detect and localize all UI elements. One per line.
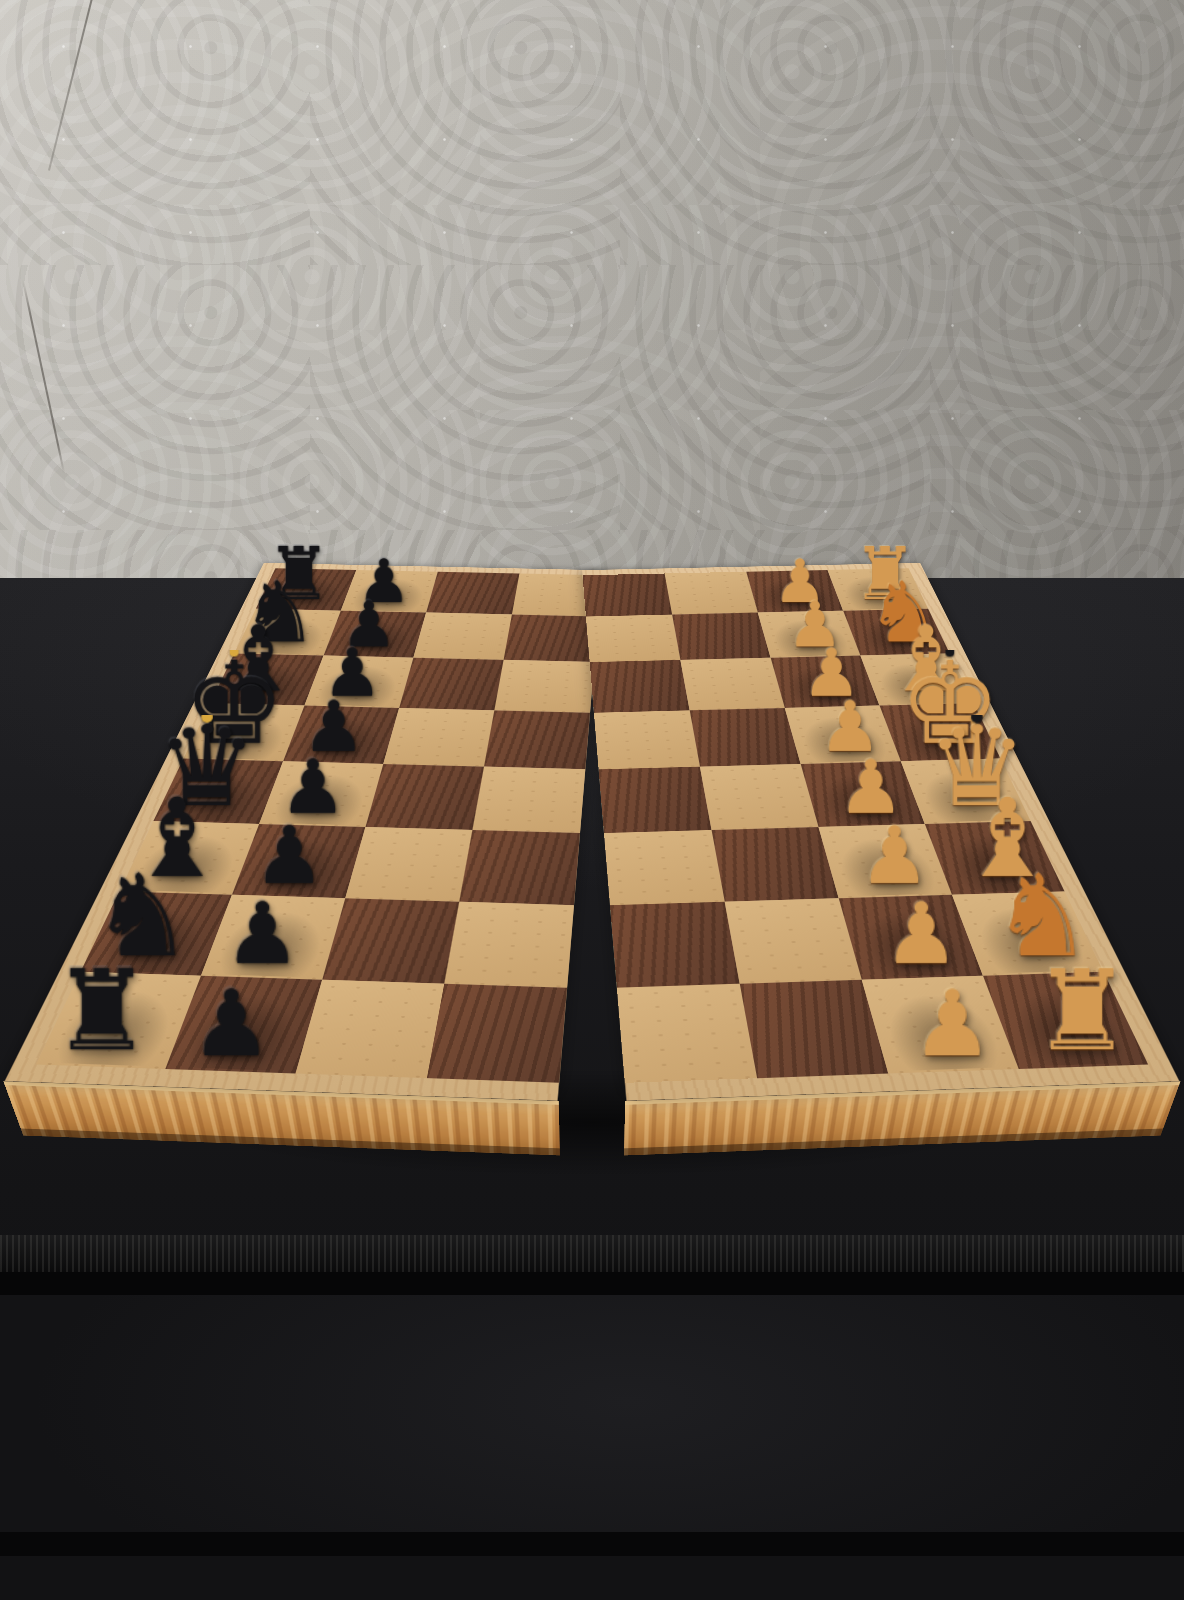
black-pawn: ♟ (259, 753, 366, 824)
square-r1c4 (586, 615, 680, 663)
square-r1c0: ♞ (234, 609, 341, 656)
square-r0c6: ♟ (746, 570, 843, 613)
dresser-gap-lower (0, 1532, 1184, 1556)
square-r2c3 (494, 660, 594, 713)
chess-board: ♜♟♞♟♝♟♚♟♛♟♝♟♞♟♜♟ ♟♜♟♞♟♝♟♚♟♛♟♝♟♞♟♜ (163, 345, 1021, 1185)
photo-scene: ♜♟♞♟♝♟♚♟♛♟♝♟♞♟♜♟ ♟♜♟♞♟♝♟♚♟♛♟♝♟♞♟♜ (0, 0, 1184, 1600)
square-r2c4 (590, 660, 690, 713)
square-r7c4 (617, 984, 757, 1083)
dresser-top-edge (0, 1235, 1184, 1272)
square-r3c1: ♟ (283, 706, 399, 764)
square-r0c1: ♟ (341, 570, 438, 613)
square-r7c2 (296, 980, 445, 1078)
dresser-drawer-front (0, 1295, 1184, 1532)
square-r4c2 (365, 764, 484, 830)
black-pawn: ♟ (201, 894, 323, 975)
square-r6c2 (322, 898, 459, 983)
square-r6c7: ♞ (952, 891, 1103, 975)
square-r4c3 (472, 767, 585, 833)
square-r1c2 (413, 613, 512, 660)
square-r4c7: ♛ (901, 759, 1031, 824)
square-r1c7: ♞ (843, 609, 950, 656)
square-r6c4 (610, 902, 740, 988)
square-r3c2 (383, 708, 494, 767)
black-pawn: ♟ (341, 554, 427, 611)
square-r3c4 (594, 710, 700, 769)
white-pawn: ♟ (757, 554, 843, 611)
square-r4c5 (700, 764, 819, 830)
square-r3c7: ♚ (880, 703, 1001, 761)
square-r3c0: ♚ (183, 703, 304, 761)
square-r5c3 (459, 830, 580, 905)
square-r2c2 (399, 658, 503, 711)
square-r2c5 (680, 658, 784, 711)
square-r0c4 (583, 573, 673, 616)
black-rook: ♜ (256, 539, 342, 608)
square-r3c3 (484, 710, 590, 769)
square-r1c3 (504, 615, 598, 663)
white-rook: ♜ (842, 539, 928, 608)
square-r0c5 (665, 572, 758, 615)
square-r0c2 (426, 572, 519, 615)
square-r5c4 (604, 830, 725, 905)
square-r4c4 (599, 767, 712, 833)
dresser-bottom-strip (0, 1556, 1184, 1600)
square-r6c1: ♟ (201, 895, 345, 980)
square-r1c5 (672, 613, 771, 660)
square-r2c7: ♝ (860, 653, 973, 705)
square-r3c5 (690, 708, 801, 767)
square-r5c5 (712, 827, 839, 902)
square-r6c0: ♞ (81, 891, 232, 975)
square-r5c1: ♟ (232, 824, 365, 898)
white-pawn: ♟ (818, 753, 925, 824)
square-r6c5 (725, 898, 862, 983)
square-r6c3 (444, 902, 574, 988)
square-r0c7: ♜ (828, 568, 929, 610)
square-r1c1: ♟ (324, 611, 427, 658)
square-r5c2 (345, 827, 472, 902)
square-r6c6: ♟ (839, 895, 983, 980)
square-r7c3 (427, 984, 567, 1083)
square-r2c1: ♟ (304, 656, 413, 708)
white-pawn: ♟ (860, 894, 982, 975)
square-r0c0: ♜ (256, 568, 357, 610)
dresser-gap-upper (0, 1272, 1184, 1295)
